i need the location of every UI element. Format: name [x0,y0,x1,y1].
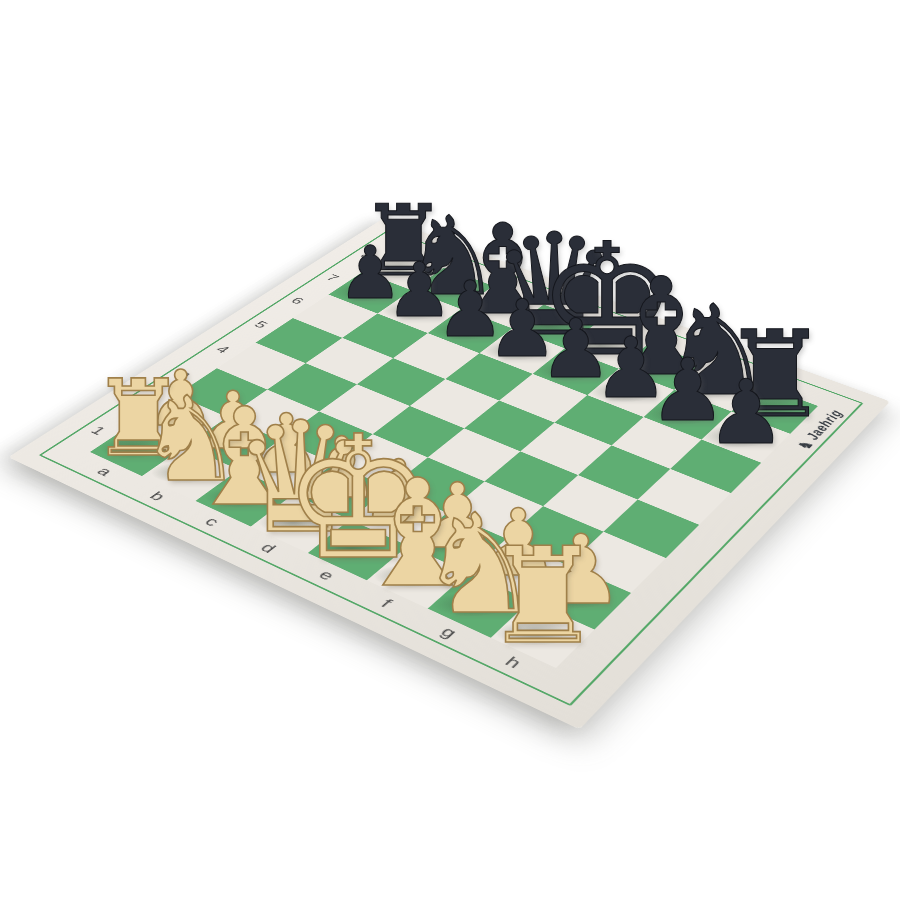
chess-set-photo: abcdefgh12345678 ♞ Jaehrig ♜♞♝♛♚♝♞♜♟♟♟♟♟… [0,0,900,900]
chess-mat: abcdefgh12345678 ♞ Jaehrig [8,218,890,729]
chess-board-grid [90,250,818,668]
